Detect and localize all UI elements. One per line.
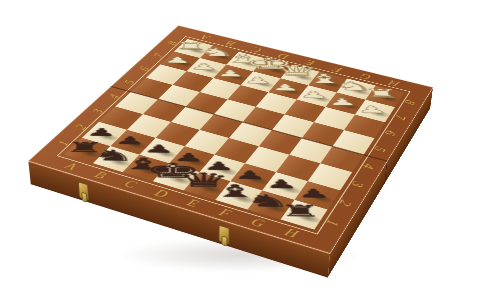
square-g1[interactable] (248, 190, 295, 219)
square-g2[interactable] (262, 172, 308, 200)
white-pawn-icon: ♟ (341, 104, 402, 115)
square-c1[interactable] (123, 155, 170, 182)
rank-label-right-1: 1 (322, 214, 346, 232)
white-pawn-h7[interactable]: ♟ (340, 96, 403, 115)
rank-label-right-2: 2 (335, 195, 358, 212)
rank-label-right-3: 3 (347, 176, 369, 193)
square-h4[interactable] (320, 146, 363, 172)
square-e1[interactable] (184, 172, 231, 200)
rank-label-right-6: 6 (381, 126, 402, 141)
scene: AA11BB22CC33DD44EE55FF66GG77HH88 ♜♞♝♚♛♝♞… (0, 0, 480, 296)
square-h3[interactable] (308, 163, 352, 190)
square-e4[interactable] (229, 122, 272, 146)
square-g3[interactable] (276, 155, 320, 181)
square-f2[interactable] (230, 163, 276, 190)
rank-label-right-5: 5 (370, 142, 391, 157)
square-g4[interactable] (289, 138, 332, 163)
square-h1[interactable] (281, 200, 328, 230)
square-g5[interactable] (302, 122, 344, 146)
brass-latch-icon (218, 225, 229, 245)
rank-label-right-4: 4 (359, 159, 381, 175)
square-f1[interactable] (215, 181, 262, 209)
square-h2[interactable] (295, 181, 341, 209)
square-f4[interactable] (259, 130, 302, 155)
chess-set-photo: AA11BB22CC33DD44EE55FF66GG77HH88 ♜♞♝♚♛♝♞… (0, 0, 480, 296)
brass-latch-icon (78, 181, 89, 201)
chess-board: AA11BB22CC33DD44EE55FF66GG77HH88 ♜♞♝♚♛♝♞… (28, 26, 433, 254)
square-e2[interactable] (200, 155, 245, 182)
square-h5[interactable] (332, 130, 374, 155)
square-f3[interactable] (245, 146, 289, 172)
square-d1[interactable] (153, 163, 200, 190)
fold-seam-side (384, 161, 387, 184)
perspective-container: AA11BB22CC33DD44EE55FF66GG77HH88 ♜♞♝♚♛♝♞… (87, 0, 399, 278)
